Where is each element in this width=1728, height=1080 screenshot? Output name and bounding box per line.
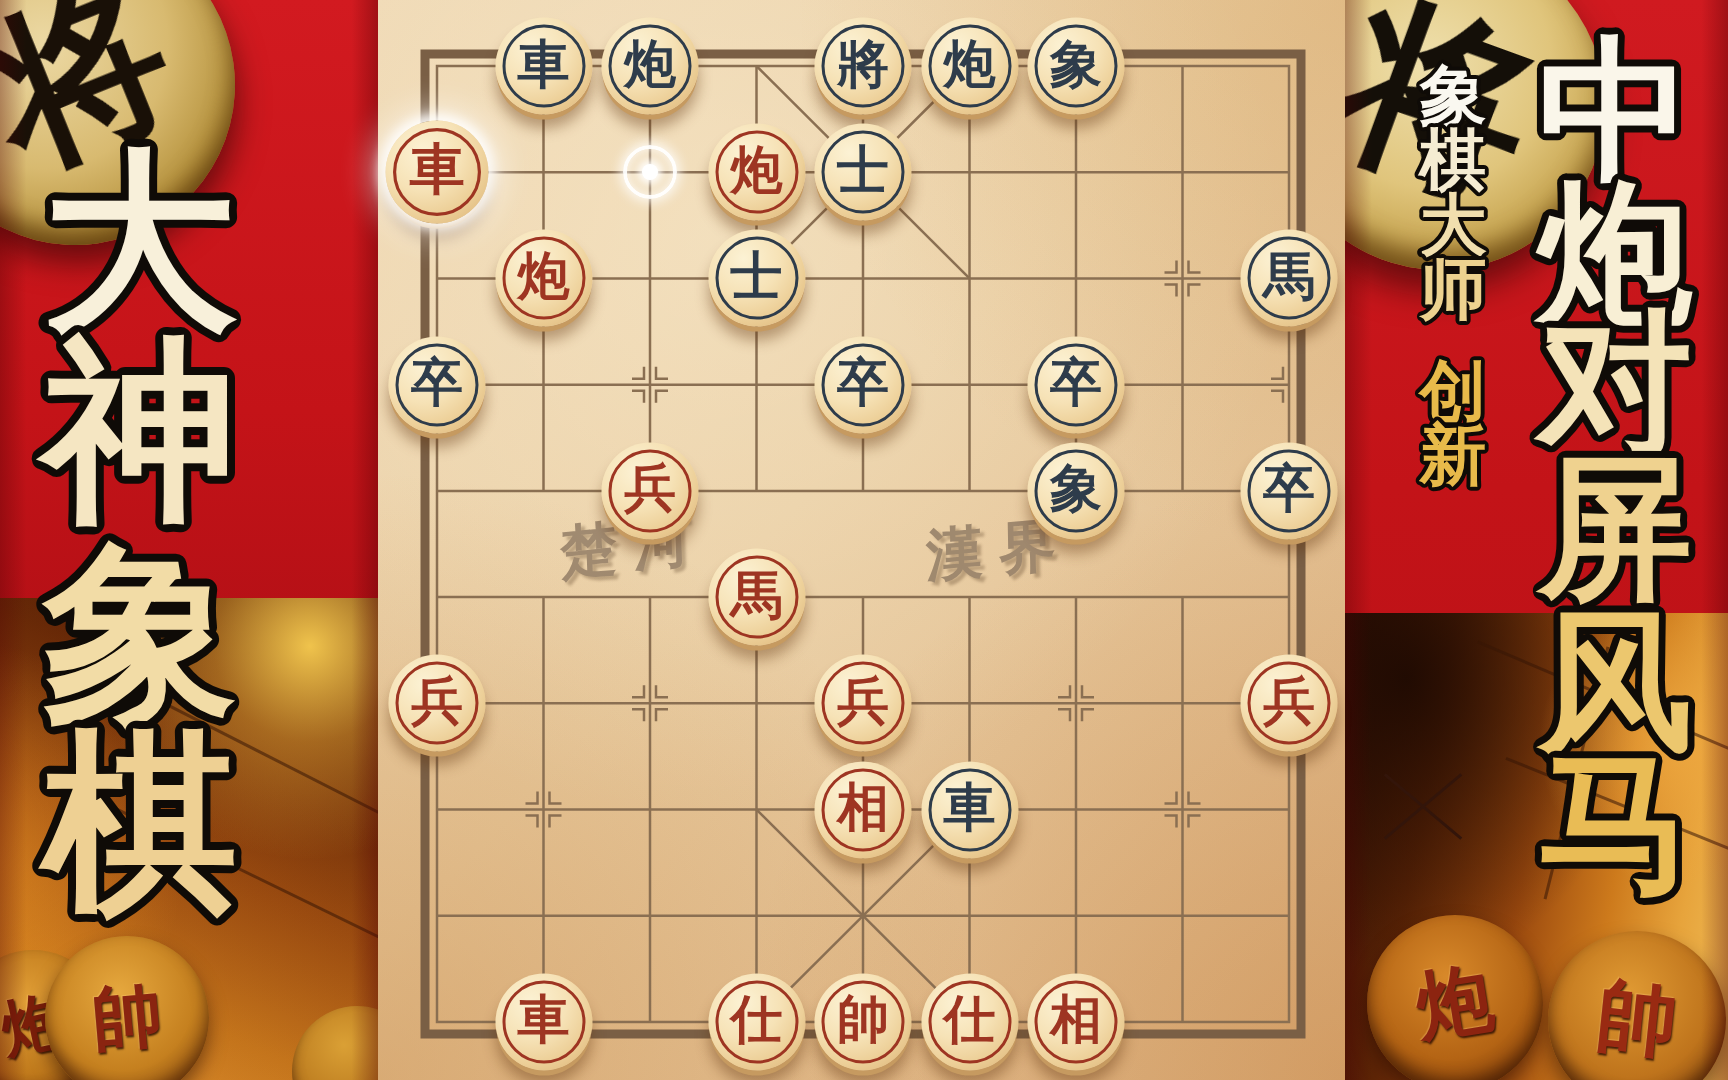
- photo-marshal-piece: 帥: [45, 936, 209, 1080]
- piece-black-車[interactable]: 車: [921, 761, 1018, 858]
- piece-red-相[interactable]: 相: [1028, 973, 1125, 1070]
- piece-red-車[interactable]: 車: [495, 973, 592, 1070]
- piece-red-仕[interactable]: 仕: [708, 973, 805, 1070]
- piece-red-炮[interactable]: 炮: [708, 124, 805, 221]
- piece-black-車[interactable]: 車: [495, 18, 592, 115]
- photo-marshal-piece: 帥: [1548, 931, 1726, 1080]
- photo-board-line: [49, 775, 378, 944]
- piece-glyph: 仕: [731, 985, 783, 1055]
- photo-general-piece: 将: [0, 0, 256, 266]
- piece-glyph: 象: [1050, 454, 1102, 524]
- piece-black-卒[interactable]: 卒: [1028, 336, 1125, 433]
- piece-glyph: 卒: [411, 348, 463, 418]
- piece-glyph: 馬: [731, 560, 783, 630]
- piece-glyph: 相: [837, 773, 889, 843]
- piece-glyph: 車: [409, 133, 464, 207]
- move-origin-dot: [642, 164, 658, 180]
- piece-black-馬[interactable]: 馬: [1241, 230, 1338, 327]
- piece-glyph: 象: [1050, 29, 1102, 99]
- right-banner-panel: 将 炮 帥 中 炮 对 屏 风 马 象 棋 大 师 创 新: [1345, 0, 1728, 1080]
- piece-red-馬[interactable]: 馬: [708, 549, 805, 646]
- subtitle2-char: 新: [1419, 417, 1487, 492]
- piece-glyph: 卒: [1263, 454, 1315, 524]
- piece-glyph: 炮: [944, 29, 996, 99]
- piece-glyph: 兵: [411, 666, 463, 736]
- title-char: 对: [1534, 297, 1693, 470]
- piece-black-卒[interactable]: 卒: [389, 336, 486, 433]
- piece-red-兵[interactable]: 兵: [602, 442, 699, 539]
- piece-black-將[interactable]: 將: [815, 18, 912, 115]
- piece-red-兵[interactable]: 兵: [389, 655, 486, 752]
- move-origin-indicator: [623, 145, 677, 199]
- general-calligraphy: 将: [1345, 0, 1570, 255]
- photo-board-line: [107, 673, 378, 825]
- piece-glyph: 車: [944, 773, 996, 843]
- piece-red-兵[interactable]: 兵: [815, 655, 912, 752]
- piece-black-象[interactable]: 象: [1028, 442, 1125, 539]
- marshal-glyph: 帥: [88, 968, 166, 1068]
- piece-glyph: 相: [1050, 985, 1102, 1055]
- piece-black-卒[interactable]: 卒: [1241, 442, 1338, 539]
- piece-red-相[interactable]: 相: [815, 761, 912, 858]
- photo-partial-piece: [292, 1006, 378, 1080]
- right-photo-scene: 炮 帥: [1345, 613, 1728, 1080]
- piece-black-炮[interactable]: 炮: [602, 18, 699, 115]
- piece-glyph: 車: [518, 29, 570, 99]
- piece-red-帥[interactable]: 帥: [815, 973, 912, 1070]
- piece-glyph: 炮: [518, 241, 570, 311]
- piece-glyph: 卒: [1050, 348, 1102, 418]
- left-banner-panel: 将 炮 帥 大 神 象 棋: [0, 0, 378, 1080]
- xiangqi-app-frame: 将 炮 帥 大 神 象 棋 楚河 漢界 車炮將炮象車炮士炮士馬卒卒卒兵象卒馬兵兵…: [0, 0, 1728, 1080]
- piece-glyph: 卒: [837, 348, 889, 418]
- piece-red-車[interactable]: 車: [386, 121, 489, 224]
- piece-glyph: 兵: [1263, 666, 1315, 736]
- piece-glyph: 將: [837, 29, 889, 99]
- marshal-glyph: 帥: [1592, 962, 1683, 1078]
- piece-glyph: 兵: [837, 666, 889, 736]
- piece-black-士[interactable]: 士: [815, 124, 912, 221]
- piece-glyph: 仕: [944, 985, 996, 1055]
- title-char: 屏: [1536, 442, 1693, 615]
- piece-glyph: 炮: [624, 29, 676, 99]
- piece-black-象[interactable]: 象: [1028, 18, 1125, 115]
- piece-red-兵[interactable]: 兵: [1241, 655, 1338, 752]
- piece-glyph: 士: [731, 241, 783, 311]
- piece-red-仕[interactable]: 仕: [921, 973, 1018, 1070]
- photo-board-line: [1505, 757, 1728, 872]
- piece-glyph: 馬: [1263, 241, 1315, 311]
- piece-black-炮[interactable]: 炮: [921, 18, 1018, 115]
- xiangqi-board[interactable]: 楚河 漢界 車炮將炮象車炮士炮士馬卒卒卒兵象卒馬兵兵兵相車車仕帥仕相: [378, 0, 1345, 1080]
- subtitle2-char: 创: [1418, 353, 1487, 428]
- title-char: 神: [36, 321, 238, 539]
- photo-general-piece: 将: [1345, 0, 1621, 286]
- piece-glyph: 車: [518, 985, 570, 1055]
- piece-glyph: 帥: [837, 985, 889, 1055]
- piece-red-炮[interactable]: 炮: [495, 230, 592, 327]
- piece-glyph: 兵: [624, 454, 676, 524]
- photo-cannon-piece: 炮: [1367, 915, 1543, 1080]
- general-calligraphy: 将: [0, 0, 206, 219]
- piece-glyph: 士: [837, 135, 889, 205]
- left-photo-scene: 炮 帥: [0, 598, 378, 1080]
- piece-black-卒[interactable]: 卒: [815, 336, 912, 433]
- piece-glyph: 炮: [731, 135, 783, 205]
- cannon-glyph: 炮: [1409, 946, 1500, 1060]
- piece-black-士[interactable]: 士: [708, 230, 805, 327]
